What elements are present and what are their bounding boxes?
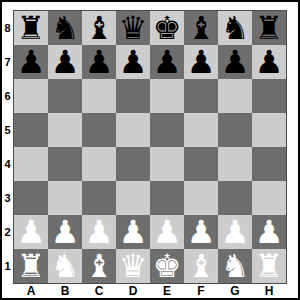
white-pawn-piece: ♟ bbox=[187, 215, 216, 249]
square-d3[interactable] bbox=[116, 181, 150, 215]
white-knight-piece: ♞ bbox=[221, 249, 250, 283]
square-d6[interactable] bbox=[116, 79, 150, 113]
square-f8[interactable]: ♝ bbox=[184, 11, 218, 45]
square-e3[interactable] bbox=[150, 181, 184, 215]
square-d2[interactable]: ♟ bbox=[116, 215, 150, 249]
file-label-h: H bbox=[252, 284, 286, 298]
square-e8[interactable]: ♚ bbox=[150, 11, 184, 45]
square-e5[interactable] bbox=[150, 113, 184, 147]
rank-label-5: 5 bbox=[2, 113, 13, 147]
square-c7[interactable]: ♟ bbox=[82, 45, 116, 79]
black-knight-piece: ♞ bbox=[221, 11, 250, 45]
black-pawn-piece: ♟ bbox=[119, 45, 148, 79]
white-pawn-piece: ♟ bbox=[153, 215, 182, 249]
file-label-d: D bbox=[116, 284, 150, 298]
white-pawn-piece: ♟ bbox=[51, 215, 80, 249]
square-b2[interactable]: ♟ bbox=[48, 215, 82, 249]
square-a7[interactable]: ♟ bbox=[14, 45, 48, 79]
square-g6[interactable] bbox=[218, 79, 252, 113]
rank-label-8: 8 bbox=[2, 11, 13, 45]
square-a2[interactable]: ♟ bbox=[14, 215, 48, 249]
square-b6[interactable] bbox=[48, 79, 82, 113]
file-label-e: E bbox=[150, 284, 184, 298]
square-e4[interactable] bbox=[150, 147, 184, 181]
white-pawn-piece: ♟ bbox=[255, 215, 284, 249]
rank-labels: 87654321 bbox=[2, 11, 13, 283]
rank-label-1: 1 bbox=[2, 249, 13, 283]
square-h5[interactable] bbox=[252, 113, 286, 147]
square-d1[interactable]: ♛ bbox=[116, 249, 150, 283]
square-f2[interactable]: ♟ bbox=[184, 215, 218, 249]
square-e1[interactable]: ♚ bbox=[150, 249, 184, 283]
square-g4[interactable] bbox=[218, 147, 252, 181]
square-g2[interactable]: ♟ bbox=[218, 215, 252, 249]
rank-label-3: 3 bbox=[2, 181, 13, 215]
black-pawn-piece: ♟ bbox=[187, 45, 216, 79]
square-e6[interactable] bbox=[150, 79, 184, 113]
file-labels: ABCDEFGH bbox=[14, 284, 286, 298]
square-h8[interactable]: ♜ bbox=[252, 11, 286, 45]
square-f6[interactable] bbox=[184, 79, 218, 113]
white-bishop-piece: ♝ bbox=[85, 249, 114, 283]
square-c8[interactable]: ♝ bbox=[82, 11, 116, 45]
square-a3[interactable] bbox=[14, 181, 48, 215]
square-g8[interactable]: ♞ bbox=[218, 11, 252, 45]
black-pawn-piece: ♟ bbox=[85, 45, 114, 79]
black-bishop-piece: ♝ bbox=[85, 11, 114, 45]
square-h1[interactable]: ♜ bbox=[252, 249, 286, 283]
black-pawn-piece: ♟ bbox=[51, 45, 80, 79]
square-f4[interactable] bbox=[184, 147, 218, 181]
square-g1[interactable]: ♞ bbox=[218, 249, 252, 283]
black-rook-piece: ♜ bbox=[255, 11, 284, 45]
square-f5[interactable] bbox=[184, 113, 218, 147]
square-f3[interactable] bbox=[184, 181, 218, 215]
white-rook-piece: ♜ bbox=[17, 249, 46, 283]
square-d4[interactable] bbox=[116, 147, 150, 181]
square-g3[interactable] bbox=[218, 181, 252, 215]
rank-label-4: 4 bbox=[2, 147, 13, 181]
black-pawn-piece: ♟ bbox=[221, 45, 250, 79]
square-c3[interactable] bbox=[82, 181, 116, 215]
black-pawn-piece: ♟ bbox=[153, 45, 182, 79]
square-a8[interactable]: ♜ bbox=[14, 11, 48, 45]
square-g5[interactable] bbox=[218, 113, 252, 147]
square-c6[interactable] bbox=[82, 79, 116, 113]
black-pawn-piece: ♟ bbox=[17, 45, 46, 79]
square-b7[interactable]: ♟ bbox=[48, 45, 82, 79]
board-frame: 87654321 ♜♞♝♛♚♝♞♜♟♟♟♟♟♟♟♟♟♟♟♟♟♟♟♟♜♞♝♛♚♝♞… bbox=[0, 0, 300, 300]
square-d7[interactable]: ♟ bbox=[116, 45, 150, 79]
square-d8[interactable]: ♛ bbox=[116, 11, 150, 45]
file-label-f: F bbox=[184, 284, 218, 298]
square-h6[interactable] bbox=[252, 79, 286, 113]
black-queen-piece: ♛ bbox=[119, 11, 148, 45]
square-h7[interactable]: ♟ bbox=[252, 45, 286, 79]
square-h4[interactable] bbox=[252, 147, 286, 181]
white-pawn-piece: ♟ bbox=[85, 215, 114, 249]
square-b8[interactable]: ♞ bbox=[48, 11, 82, 45]
square-a6[interactable] bbox=[14, 79, 48, 113]
square-a4[interactable] bbox=[14, 147, 48, 181]
black-king-piece: ♚ bbox=[153, 11, 182, 45]
square-b4[interactable] bbox=[48, 147, 82, 181]
square-c4[interactable] bbox=[82, 147, 116, 181]
square-g7[interactable]: ♟ bbox=[218, 45, 252, 79]
white-pawn-piece: ♟ bbox=[119, 215, 148, 249]
file-label-b: B bbox=[48, 284, 82, 298]
black-bishop-piece: ♝ bbox=[187, 11, 216, 45]
square-b5[interactable] bbox=[48, 113, 82, 147]
square-c1[interactable]: ♝ bbox=[82, 249, 116, 283]
white-pawn-piece: ♟ bbox=[221, 215, 250, 249]
rank-label-7: 7 bbox=[2, 45, 13, 79]
black-pawn-piece: ♟ bbox=[255, 45, 284, 79]
square-c5[interactable] bbox=[82, 113, 116, 147]
rank-label-6: 6 bbox=[2, 79, 13, 113]
square-e7[interactable]: ♟ bbox=[150, 45, 184, 79]
white-pawn-piece: ♟ bbox=[17, 215, 46, 249]
square-b3[interactable] bbox=[48, 181, 82, 215]
square-f1[interactable]: ♝ bbox=[184, 249, 218, 283]
file-label-a: A bbox=[14, 284, 48, 298]
square-a5[interactable] bbox=[14, 113, 48, 147]
white-king-piece: ♚ bbox=[153, 249, 182, 283]
white-knight-piece: ♞ bbox=[51, 249, 80, 283]
square-e2[interactable]: ♟ bbox=[150, 215, 184, 249]
square-d5[interactable] bbox=[116, 113, 150, 147]
square-h2[interactable]: ♟ bbox=[252, 215, 286, 249]
square-b1[interactable]: ♞ bbox=[48, 249, 82, 283]
chess-board: ♜♞♝♛♚♝♞♜♟♟♟♟♟♟♟♟♟♟♟♟♟♟♟♟♜♞♝♛♚♝♞♜ bbox=[13, 10, 287, 284]
white-rook-piece: ♜ bbox=[255, 249, 284, 283]
square-a1[interactable]: ♜ bbox=[14, 249, 48, 283]
black-rook-piece: ♜ bbox=[17, 11, 46, 45]
file-label-c: C bbox=[82, 284, 116, 298]
black-knight-piece: ♞ bbox=[51, 11, 80, 45]
white-bishop-piece: ♝ bbox=[187, 249, 216, 283]
rank-label-2: 2 bbox=[2, 215, 13, 249]
file-label-g: G bbox=[218, 284, 252, 298]
square-c2[interactable]: ♟ bbox=[82, 215, 116, 249]
white-queen-piece: ♛ bbox=[119, 249, 148, 283]
square-h3[interactable] bbox=[252, 181, 286, 215]
square-f7[interactable]: ♟ bbox=[184, 45, 218, 79]
